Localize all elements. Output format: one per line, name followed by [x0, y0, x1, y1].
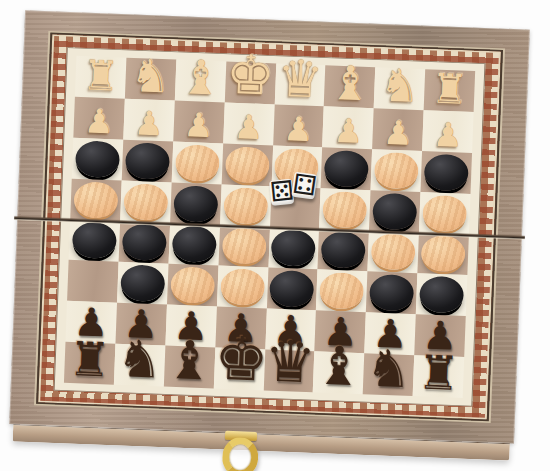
die-5-icon[interactable]: ⚄ [269, 178, 295, 205]
square-r2c5[interactable]: ♟ [273, 104, 324, 147]
black-checker-disc[interactable] [72, 222, 117, 260]
white-queen-piece[interactable]: ♛ [274, 52, 326, 105]
square-r4c8[interactable] [419, 192, 470, 235]
square-r8c8[interactable]: ♜ [413, 355, 464, 398]
black-checker-disc[interactable] [269, 270, 314, 308]
square-r1c7[interactable]: ♞ [374, 67, 425, 110]
natural-checker-disc[interactable] [322, 190, 367, 228]
natural-checker-disc[interactable] [319, 272, 364, 310]
square-r5c4[interactable] [218, 225, 269, 268]
square-r1c8[interactable]: ♜ [424, 69, 475, 112]
black-checker-disc[interactable] [125, 142, 170, 180]
black-checker-disc[interactable] [372, 192, 417, 230]
natural-checker-disc[interactable] [421, 235, 466, 273]
white-pawn-piece[interactable]: ♟ [173, 108, 224, 143]
square-r3c1[interactable] [72, 138, 123, 181]
black-checker-disc[interactable] [324, 150, 369, 188]
square-r1c2[interactable]: ♞ [125, 58, 176, 101]
white-bishop-piece[interactable]: ♝ [175, 53, 227, 102]
white-bishop-piece[interactable]: ♝ [324, 58, 376, 107]
black-checker-disc[interactable] [424, 153, 469, 191]
square-r6c3[interactable] [167, 264, 218, 307]
natural-checker-disc[interactable] [170, 266, 215, 304]
natural-checker-disc[interactable] [422, 194, 467, 232]
square-r3c3[interactable] [171, 141, 222, 184]
black-checker-disc[interactable] [75, 140, 120, 178]
square-r2c6[interactable]: ♟ [323, 106, 374, 149]
dark-bishop-piece[interactable]: ♝ [164, 333, 216, 388]
product-photo-scene: ♜♞♝♚♛♝♞♜♟♟♟♟♟♟♟♟⚄⚃♟♟♟♟♟♟♟♟♜♞♝♚♛♝♞♜ [0, 0, 550, 471]
square-r5c2[interactable] [118, 221, 169, 264]
square-r4c4[interactable] [220, 184, 271, 227]
square-r5c3[interactable] [168, 223, 219, 266]
square-r6c6[interactable] [316, 270, 367, 313]
black-checker-disc[interactable] [321, 231, 366, 269]
square-r5c7[interactable] [368, 231, 419, 274]
square-r5c6[interactable] [318, 229, 369, 272]
square-r2c7[interactable]: ♟ [372, 108, 423, 151]
white-pawn-piece[interactable]: ♟ [123, 106, 174, 141]
square-r6c1[interactable] [67, 260, 118, 303]
dark-queen-piece[interactable]: ♛ [263, 333, 315, 392]
square-r4c1[interactable] [70, 178, 121, 221]
natural-checker-disc[interactable] [223, 187, 268, 225]
square-r1c6[interactable]: ♝ [324, 65, 375, 108]
white-rook-piece[interactable]: ♜ [424, 68, 475, 111]
dark-king-piece[interactable]: ♚ [213, 328, 265, 390]
square-r8c5[interactable]: ♛ [263, 349, 314, 392]
natural-checker-disc[interactable] [220, 268, 265, 306]
square-r6c4[interactable] [217, 266, 268, 309]
black-checker-disc[interactable] [121, 224, 166, 262]
square-r3c7[interactable] [371, 149, 422, 192]
square-r8c1[interactable]: ♜ [64, 342, 115, 385]
dark-knight-piece[interactable]: ♞ [363, 342, 415, 395]
white-pawn-piece[interactable]: ♟ [223, 109, 274, 144]
square-r5c5[interactable] [268, 227, 319, 270]
square-r2c8[interactable]: ♟ [422, 110, 473, 153]
black-checker-disc[interactable] [369, 274, 414, 312]
square-r1c3[interactable]: ♝ [175, 60, 226, 103]
dark-rook-piece[interactable]: ♜ [64, 335, 116, 384]
white-knight-piece[interactable]: ♞ [374, 62, 426, 109]
folding-chessboard: ♜♞♝♚♛♝♞♜♟♟♟♟♟♟♟♟⚄⚃♟♟♟♟♟♟♟♟♜♞♝♚♛♝♞♜ [8, 10, 530, 471]
square-r8c7[interactable]: ♞ [363, 353, 414, 396]
square-r3c2[interactable] [122, 139, 173, 182]
natural-checker-disc[interactable] [123, 183, 168, 221]
square-r6c7[interactable] [366, 272, 417, 315]
square-r2c2[interactable]: ♟ [123, 99, 174, 142]
natural-checker-disc[interactable] [371, 233, 416, 271]
white-pawn-piece[interactable]: ♟ [323, 113, 374, 148]
natural-checker-disc[interactable] [224, 146, 269, 184]
square-r8c2[interactable]: ♞ [114, 344, 165, 387]
dark-rook-piece[interactable]: ♜ [413, 348, 465, 397]
natural-checker-disc[interactable] [374, 152, 419, 190]
white-pawn-piece[interactable]: ♟ [422, 117, 473, 152]
dice-pair[interactable]: ⚄⚃ [267, 173, 315, 200]
black-checker-disc[interactable] [271, 229, 316, 267]
black-checker-disc[interactable] [171, 226, 216, 264]
natural-checker-disc[interactable] [174, 144, 219, 182]
dark-knight-piece[interactable]: ♞ [114, 333, 166, 386]
square-r3c6[interactable] [321, 147, 372, 190]
square-r2c4[interactable]: ♟ [223, 102, 274, 145]
square-r1c4[interactable]: ♚ [224, 62, 275, 105]
square-r4c2[interactable] [120, 180, 171, 223]
white-pawn-piece[interactable]: ♟ [372, 115, 423, 150]
natural-checker-disc[interactable] [221, 228, 266, 266]
white-rook-piece[interactable]: ♜ [75, 55, 126, 98]
square-r4c7[interactable] [369, 190, 420, 233]
square-r4c3[interactable] [170, 182, 221, 225]
white-knight-piece[interactable]: ♞ [125, 53, 177, 100]
square-r1c1[interactable]: ♜ [75, 56, 126, 99]
white-pawn-piece[interactable]: ♟ [273, 111, 324, 146]
square-r5c1[interactable] [69, 219, 120, 262]
square-r2c3[interactable]: ♟ [173, 100, 224, 143]
square-r8c3[interactable]: ♝ [164, 346, 215, 389]
black-checker-disc[interactable] [120, 265, 165, 303]
black-checker-disc[interactable] [173, 185, 218, 223]
square-r4c5[interactable]: ⚄⚃ [270, 186, 321, 229]
white-king-piece[interactable]: ♚ [224, 48, 276, 104]
square-r2c1[interactable]: ♟ [73, 97, 124, 140]
die-4-icon[interactable]: ⚃ [291, 171, 318, 199]
square-r6c2[interactable] [117, 262, 168, 305]
square-r5c8[interactable] [417, 233, 468, 276]
square-r8c4[interactable]: ♚ [213, 348, 264, 391]
black-checker-disc[interactable] [419, 276, 464, 314]
natural-checker-disc[interactable] [73, 181, 118, 219]
square-r1c5[interactable]: ♛ [274, 63, 325, 106]
square-r3c4[interactable] [221, 143, 272, 186]
square-r6c8[interactable] [416, 274, 467, 317]
brass-clasp-icon[interactable] [220, 431, 262, 471]
dark-bishop-piece[interactable]: ♝ [313, 338, 365, 393]
square-r6c5[interactable] [266, 268, 317, 311]
square-r3c8[interactable] [421, 151, 472, 194]
square-r4c6[interactable] [319, 188, 370, 231]
clasp-loop [221, 437, 259, 471]
square-r8c6[interactable]: ♝ [313, 351, 364, 394]
white-pawn-piece[interactable]: ♟ [73, 104, 124, 139]
